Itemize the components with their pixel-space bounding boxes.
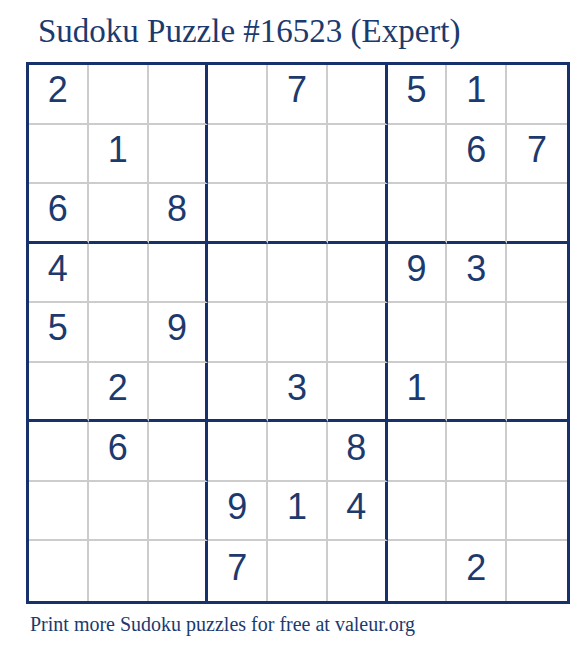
- sudoku-cell-r4c9: [507, 244, 567, 304]
- sudoku-cell-r1c2: [89, 65, 149, 125]
- sudoku-cell-r9c6: [328, 541, 388, 601]
- sudoku-cell-r7c3: [149, 422, 209, 482]
- sudoku-cell-r5c1: 5: [29, 303, 89, 363]
- sudoku-cell-r9c1: [29, 541, 89, 601]
- sudoku-cell-r7c8: [447, 422, 507, 482]
- sudoku-cell-r2c3: [149, 125, 209, 185]
- sudoku-page: Sudoku Puzzle #16523 (Expert) 2751167684…: [0, 0, 580, 651]
- sudoku-cell-r6c3: [149, 363, 209, 423]
- sudoku-cell-r6c4: [208, 363, 268, 423]
- sudoku-cell-r2c6: [328, 125, 388, 185]
- sudoku-cell-r7c1: [29, 422, 89, 482]
- sudoku-cell-r8c9: [507, 482, 567, 542]
- sudoku-cell-r8c4: 9: [208, 482, 268, 542]
- sudoku-cell-r7c5: [268, 422, 328, 482]
- sudoku-cell-r8c2: [89, 482, 149, 542]
- footer-text: Print more Sudoku puzzles for free at va…: [30, 613, 415, 636]
- sudoku-cell-r8c1: [29, 482, 89, 542]
- sudoku-cell-r6c6: [328, 363, 388, 423]
- sudoku-cell-r9c7: [388, 541, 448, 601]
- sudoku-cell-r5c7: [388, 303, 448, 363]
- sudoku-cell-r1c5: 7: [268, 65, 328, 125]
- sudoku-cell-r2c7: [388, 125, 448, 185]
- sudoku-cell-r3c7: [388, 184, 448, 244]
- sudoku-cell-r8c6: 4: [328, 482, 388, 542]
- sudoku-cell-r1c9: [507, 65, 567, 125]
- sudoku-cell-r2c4: [208, 125, 268, 185]
- sudoku-cell-r5c2: [89, 303, 149, 363]
- sudoku-cell-r9c2: [89, 541, 149, 601]
- sudoku-cell-r2c9: 7: [507, 125, 567, 185]
- sudoku-cell-r8c5: 1: [268, 482, 328, 542]
- sudoku-cell-r2c8: 6: [447, 125, 507, 185]
- sudoku-cell-r5c5: [268, 303, 328, 363]
- sudoku-cell-r4c5: [268, 244, 328, 304]
- sudoku-board: 275116768493592316891472: [26, 62, 570, 604]
- sudoku-cell-r9c5: [268, 541, 328, 601]
- sudoku-cell-r8c8: [447, 482, 507, 542]
- sudoku-cell-r6c2: 2: [89, 363, 149, 423]
- sudoku-cell-r4c1: 4: [29, 244, 89, 304]
- sudoku-cell-r4c6: [328, 244, 388, 304]
- sudoku-cell-r1c4: [208, 65, 268, 125]
- sudoku-cell-r7c4: [208, 422, 268, 482]
- sudoku-cell-r1c3: [149, 65, 209, 125]
- sudoku-cell-r4c4: [208, 244, 268, 304]
- sudoku-cell-r7c2: 6: [89, 422, 149, 482]
- sudoku-cell-r4c2: [89, 244, 149, 304]
- sudoku-cell-r1c1: 2: [29, 65, 89, 125]
- sudoku-cell-r3c2: [89, 184, 149, 244]
- sudoku-cell-r7c7: [388, 422, 448, 482]
- sudoku-cell-r2c2: 1: [89, 125, 149, 185]
- page-title: Sudoku Puzzle #16523 (Expert): [38, 13, 461, 49]
- sudoku-cell-r1c7: 5: [388, 65, 448, 125]
- sudoku-cell-r5c6: [328, 303, 388, 363]
- sudoku-cell-r6c5: 3: [268, 363, 328, 423]
- sudoku-cell-r5c9: [507, 303, 567, 363]
- sudoku-cell-r1c8: 1: [447, 65, 507, 125]
- sudoku-cell-r3c9: [507, 184, 567, 244]
- sudoku-cell-r5c8: [447, 303, 507, 363]
- sudoku-cell-r8c3: [149, 482, 209, 542]
- sudoku-cell-r5c3: 9: [149, 303, 209, 363]
- sudoku-cell-r3c5: [268, 184, 328, 244]
- sudoku-cell-r4c8: 3: [447, 244, 507, 304]
- sudoku-cell-r4c3: [149, 244, 209, 304]
- sudoku-cell-r5c4: [208, 303, 268, 363]
- sudoku-cell-r9c9: [507, 541, 567, 601]
- sudoku-cell-r9c3: [149, 541, 209, 601]
- sudoku-cell-r6c1: [29, 363, 89, 423]
- sudoku-cell-r4c7: 9: [388, 244, 448, 304]
- sudoku-cell-r3c3: 8: [149, 184, 209, 244]
- sudoku-cell-r9c8: 2: [447, 541, 507, 601]
- sudoku-cell-r9c4: 7: [208, 541, 268, 601]
- sudoku-cell-r2c5: [268, 125, 328, 185]
- sudoku-cell-r1c6: [328, 65, 388, 125]
- sudoku-cell-r3c1: 6: [29, 184, 89, 244]
- sudoku-cell-r7c6: 8: [328, 422, 388, 482]
- sudoku-cell-r6c9: [507, 363, 567, 423]
- sudoku-cell-r3c6: [328, 184, 388, 244]
- sudoku-cell-r6c7: 1: [388, 363, 448, 423]
- sudoku-cell-r8c7: [388, 482, 448, 542]
- sudoku-cell-r2c1: [29, 125, 89, 185]
- sudoku-cell-r6c8: [447, 363, 507, 423]
- sudoku-cell-r7c9: [507, 422, 567, 482]
- sudoku-cell-r3c8: [447, 184, 507, 244]
- sudoku-cell-r3c4: [208, 184, 268, 244]
